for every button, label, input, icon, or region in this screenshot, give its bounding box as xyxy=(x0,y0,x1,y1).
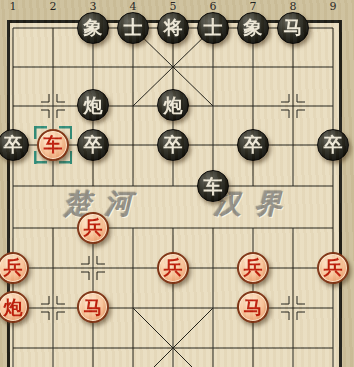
board-cell[interactable] xyxy=(233,327,273,367)
red-chariot-piece[interactable]: 车 xyxy=(37,129,69,161)
board-cell[interactable] xyxy=(113,47,153,86)
board-cell[interactable]: 兵 xyxy=(313,248,353,287)
board-cell[interactable] xyxy=(73,165,113,207)
black-pawn-piece[interactable]: 卒 xyxy=(317,129,349,161)
board-cell[interactable] xyxy=(153,47,193,86)
board-cell[interactable]: 车 xyxy=(33,124,73,165)
board-cell[interactable]: 象 xyxy=(73,8,113,47)
board-cell[interactable] xyxy=(193,248,233,287)
board-cell[interactable] xyxy=(113,165,153,207)
black-advisor-piece[interactable]: 士 xyxy=(117,12,149,44)
xiangqi-board-screen: 123456789 楚河 汉界 象士将士象马炮炮卒车卒卒卒卒车兵兵兵兵兵炮马马 xyxy=(0,0,354,367)
board-cell[interactable] xyxy=(33,8,73,47)
board-cell[interactable]: 炮 xyxy=(73,86,113,124)
black-pawn-piece[interactable]: 卒 xyxy=(237,129,269,161)
board-cell[interactable]: 马 xyxy=(233,287,273,327)
board-cell[interactable] xyxy=(233,165,273,207)
board-cell[interactable] xyxy=(113,86,153,124)
board-cell[interactable] xyxy=(153,165,193,207)
board-cell[interactable]: 车 xyxy=(193,165,233,207)
board-cell[interactable] xyxy=(313,47,353,86)
board-cell[interactable] xyxy=(153,207,193,248)
board-cell[interactable] xyxy=(313,207,353,248)
black-horse-piece[interactable]: 马 xyxy=(277,12,309,44)
board-cell[interactable] xyxy=(193,327,233,367)
board-cell[interactable] xyxy=(73,47,113,86)
board-cell[interactable] xyxy=(273,327,313,367)
board-cell[interactable] xyxy=(33,47,73,86)
board-cell[interactable] xyxy=(313,287,353,327)
board-cell[interactable] xyxy=(313,86,353,124)
board-cell[interactable] xyxy=(193,287,233,327)
board-cell[interactable] xyxy=(273,165,313,207)
board-cell[interactable] xyxy=(73,327,113,367)
board-cell[interactable]: 将 xyxy=(153,8,193,47)
black-elephant-piece[interactable]: 象 xyxy=(237,12,269,44)
board-cell[interactable]: 象 xyxy=(233,8,273,47)
black-elephant-piece[interactable]: 象 xyxy=(77,12,109,44)
black-advisor-piece[interactable]: 士 xyxy=(197,12,229,44)
black-cannon-piece[interactable]: 炮 xyxy=(157,89,189,121)
board-cell[interactable] xyxy=(233,47,273,86)
board-cell[interactable]: 卒 xyxy=(73,124,113,165)
board-cell[interactable] xyxy=(33,207,73,248)
board-cell[interactable]: 卒 xyxy=(0,124,33,165)
board-cell[interactable] xyxy=(273,124,313,165)
board-cell[interactable]: 卒 xyxy=(153,124,193,165)
board-cell[interactable]: 卒 xyxy=(313,124,353,165)
board-cell[interactable] xyxy=(33,248,73,287)
board-cell[interactable] xyxy=(113,327,153,367)
board-cell[interactable]: 士 xyxy=(113,8,153,47)
board-cell[interactable]: 兵 xyxy=(153,248,193,287)
board-cell[interactable] xyxy=(193,47,233,86)
red-pawn-piece[interactable]: 兵 xyxy=(317,252,349,284)
red-pawn-piece[interactable]: 兵 xyxy=(0,252,29,284)
board-cell[interactable] xyxy=(33,86,73,124)
board-cell[interactable]: 兵 xyxy=(233,248,273,287)
board-cell[interactable]: 炮 xyxy=(153,86,193,124)
board-cell[interactable] xyxy=(153,287,193,327)
black-chariot-piece[interactable]: 车 xyxy=(197,170,229,202)
board-cell[interactable]: 马 xyxy=(73,287,113,327)
black-general-piece[interactable]: 将 xyxy=(157,12,189,44)
board-cell[interactable] xyxy=(313,8,353,47)
board-cell[interactable]: 士 xyxy=(193,8,233,47)
black-pawn-piece[interactable]: 卒 xyxy=(0,129,29,161)
board-cell[interactable] xyxy=(113,287,153,327)
board-cell[interactable]: 兵 xyxy=(73,207,113,248)
black-pawn-piece[interactable]: 卒 xyxy=(77,129,109,161)
board-cell[interactable] xyxy=(0,327,33,367)
red-pawn-piece[interactable]: 兵 xyxy=(157,252,189,284)
board-cell[interactable] xyxy=(0,47,33,86)
red-cannon-piece[interactable]: 炮 xyxy=(0,291,29,323)
board-cell[interactable] xyxy=(193,86,233,124)
board-cell[interactable] xyxy=(273,207,313,248)
board-cell[interactable] xyxy=(33,287,73,327)
board-cell[interactable]: 兵 xyxy=(0,248,33,287)
board-cell[interactable] xyxy=(113,248,153,287)
red-horse-piece[interactable]: 马 xyxy=(237,291,269,323)
red-pawn-piece[interactable]: 兵 xyxy=(77,212,109,244)
board-cell[interactable]: 卒 xyxy=(233,124,273,165)
board-cell[interactable] xyxy=(33,327,73,367)
board-grid: 象士将士象马炮炮卒车卒卒卒卒车兵兵兵兵兵炮马马 xyxy=(0,8,353,367)
black-pawn-piece[interactable]: 卒 xyxy=(157,129,189,161)
board-cell[interactable] xyxy=(0,86,33,124)
board-cell[interactable] xyxy=(233,207,273,248)
board-cell[interactable] xyxy=(193,124,233,165)
board-cell[interactable]: 马 xyxy=(273,8,313,47)
board-cell[interactable] xyxy=(273,248,313,287)
board-cell[interactable] xyxy=(193,207,233,248)
board-cell[interactable] xyxy=(0,8,33,47)
board-cell[interactable] xyxy=(73,248,113,287)
red-horse-piece[interactable]: 马 xyxy=(77,291,109,323)
board-cell[interactable] xyxy=(313,327,353,367)
board-cell[interactable] xyxy=(113,207,153,248)
board-cell[interactable] xyxy=(0,165,33,207)
board-cell[interactable] xyxy=(273,287,313,327)
red-pawn-piece[interactable]: 兵 xyxy=(237,252,269,284)
board-cell[interactable]: 炮 xyxy=(0,287,33,327)
board-cell[interactable] xyxy=(273,47,313,86)
board-cell[interactable] xyxy=(33,165,73,207)
board-cell[interactable] xyxy=(0,207,33,248)
board-cell[interactable] xyxy=(153,327,193,367)
board-cell[interactable] xyxy=(273,86,313,124)
black-cannon-piece[interactable]: 炮 xyxy=(77,89,109,121)
board-cell[interactable] xyxy=(113,124,153,165)
board-cell[interactable] xyxy=(233,86,273,124)
board-cell[interactable] xyxy=(313,165,353,207)
